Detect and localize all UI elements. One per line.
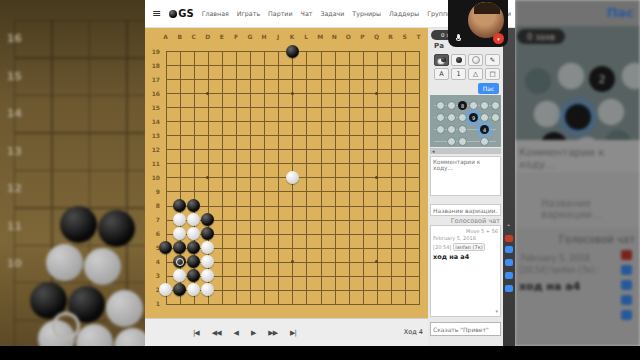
board-row-label: 2 [148,286,160,293]
board-row-label: 8 [148,202,160,209]
video-call-overlay[interactable]: ▾ [448,0,508,47]
alternate-stone-tool[interactable] [434,54,449,66]
board-row-label: 5 [148,244,160,251]
board-column-label: F [229,33,243,40]
tree-node[interactable] [447,101,456,110]
triangle-marker-tool[interactable]: △ [468,68,483,80]
board-column-label: C [187,33,201,40]
blur-row-number: 12 [2,182,22,195]
board-row-label: 12 [148,146,160,153]
tree-node[interactable]: 9 [469,113,478,122]
tree-node[interactable] [436,125,445,134]
blur-stone [106,290,143,327]
tree-node[interactable]: 8 [458,101,467,110]
tree-node[interactable] [447,137,456,146]
chat-message: ход на a4 [433,253,498,261]
tree-node[interactable] [491,101,500,110]
board-column-label: T [412,33,426,40]
move-number-label: Ход 4 [404,328,423,336]
nav-item-puzzles[interactable]: Задачи [320,10,344,17]
nav-item-tournaments[interactable]: Турниры [352,10,381,17]
tree-node[interactable] [447,125,456,134]
collapse-icon[interactable]: ⌃ [506,223,511,230]
board-column-label: N [327,33,341,40]
markup-tools-row: A 1 △ □ [434,68,500,80]
number-marker-tool[interactable]: 1 [451,68,466,80]
microphone-icon[interactable] [456,34,461,43]
blue-move-chip[interactable] [505,272,513,279]
blur-stone [60,206,97,243]
board-column-label: K [285,33,299,40]
blue-move-chip[interactable] [505,259,513,266]
board-column-label: O [341,33,355,40]
left-blur-background: 16151413121110 [0,0,145,346]
tree-node[interactable] [491,113,500,122]
chat-log[interactable]: Move 5 + 56 February 5, 2018 [20:54] lan… [430,225,501,317]
nav-item-home[interactable]: Главная [202,10,229,17]
letter-marker-tool[interactable]: A [434,68,449,80]
move-tree[interactable]: 894 [430,95,501,147]
board-column-label: G [243,33,257,40]
nav-item-chat[interactable]: Чат [301,10,313,17]
board-column-label: P [355,33,369,40]
logo-text: GS [178,8,193,19]
nav-item-games[interactable]: Партии [268,10,292,17]
board-row-label: 4 [148,258,160,265]
tree-node[interactable] [447,113,456,122]
menu-icon[interactable]: ≡ [152,7,161,20]
blur-row-number: 11 [2,220,22,233]
board-row-label: 19 [148,48,160,55]
board-row-label: 9 [148,188,160,195]
side-panel: 0 захв Ра ✎ A 1 △ □ Пас 894 ◂ Голосовой … [428,28,503,346]
chat-move-link[interactable]: Move 5 + 56 [433,228,498,234]
tree-node[interactable] [480,113,489,122]
go-stone-black-K19 [286,45,299,58]
stone-tools-row: ✎ [434,54,500,66]
board-row-label: 11 [148,160,160,167]
board-row-label: 18 [148,62,160,69]
board-column-label: S [398,33,412,40]
board-row-label: 14 [148,118,160,125]
chat-scroll-arrow[interactable]: ▾ [495,308,498,314]
last-move-marker [176,258,184,266]
star-point [375,176,378,179]
blur-row-number: 13 [2,145,22,158]
star-point [291,92,294,95]
go-board[interactable]: ABCDEFGHJKLMNOPQRST191817161514131211109… [145,28,428,318]
tree-node[interactable] [436,101,445,110]
prev-move-button[interactable]: ◀ [234,329,238,337]
chat-username[interactable]: lanfan (7к) [453,243,484,251]
blur-stone [46,244,83,281]
next-move-button[interactable]: ▶ [251,329,255,337]
board-row-label: 16 [148,90,160,97]
chat-message-line: [20:54] lanfan (7к) [433,243,498,251]
board-column-label: Q [369,33,383,40]
edge-strip: ⌃ [503,28,515,346]
board-row-label: 7 [148,216,160,223]
fast-forward-button[interactable]: ▶▶ [268,329,277,337]
blur-last-move-marker [52,312,80,340]
nav-item-ladders[interactable]: Ладдеры [389,10,419,17]
blur-stone [84,248,121,285]
first-move-button[interactable]: |◀ [193,329,199,337]
blur-row-number: 10 [2,257,22,270]
playback-bar: |◀◀◀◀▶▶▶▶|Ход 4 [145,318,428,346]
right-blur-background: Пас 0 захв 2 Комментарии к ходу... Назва… [515,0,640,346]
board-column-label: B [173,33,187,40]
tree-node[interactable] [469,101,478,110]
variation-name-input[interactable] [430,204,501,216]
board-row-label: 1 [148,300,160,307]
square-marker-tool[interactable]: □ [485,68,500,80]
voice-chat-label: Голосовой чат [430,217,500,225]
board-row-label: 3 [148,272,160,279]
tree-node[interactable]: 4 [480,125,489,134]
chat-timestamp: [20:54] [433,244,451,250]
board-column-label: L [299,33,313,40]
move-tree-scrollbar[interactable]: ◂ [430,148,501,154]
blur-stone [98,210,135,247]
chat-date: February 5, 2018 [433,235,498,241]
board-column-label: J [271,33,285,40]
board-row-label: 17 [148,76,160,83]
blur-row-number: 14 [2,107,22,120]
board-row-label: 10 [148,174,160,181]
tree-node[interactable] [458,125,467,134]
tree-node[interactable] [480,101,489,110]
board-column-label: D [201,33,215,40]
fast-back-button[interactable]: ◀◀ [212,329,221,337]
board-column-label: H [257,33,271,40]
go-stone-white-K10 [286,171,299,184]
pass-button[interactable]: Пас [478,83,499,94]
chat-input[interactable] [430,322,501,336]
board-column-label: M [313,33,327,40]
screen: 16151413121110 Пас 0 захв 2 Комментарии … [0,0,640,360]
tree-node[interactable] [458,137,467,146]
star-point [291,260,294,263]
pencil-tool[interactable]: ✎ [485,54,500,66]
board-row-label: 15 [148,104,160,111]
board-column-label: E [215,33,229,40]
end-call-button[interactable]: ▾ [493,33,504,44]
move-comments-input[interactable] [430,156,501,196]
blur-row-number: 16 [2,32,22,45]
black-stone-tool[interactable] [451,54,466,66]
tree-node[interactable] [436,113,445,122]
board-column-label: R [384,33,398,40]
blue-move-chip[interactable] [505,285,513,292]
stone-logo-icon [169,10,177,18]
letterbox-bar [0,346,640,360]
last-move-button[interactable]: ▶| [290,329,296,337]
nav-item-play[interactable]: Играть [237,10,260,17]
red-move-chip[interactable] [505,235,513,242]
board-row-label: 6 [148,230,160,237]
panel-title: Ра [434,42,444,50]
board-column-label: A [159,33,173,40]
board-row-label: 13 [148,132,160,139]
white-stone-tool[interactable] [468,54,483,66]
star-point [375,92,378,95]
tree-node[interactable] [458,113,467,122]
blue-move-chip[interactable] [505,246,513,253]
ogs-logo[interactable]: GS [169,8,193,19]
blur-row-number: 15 [2,70,22,83]
tree-node[interactable] [480,137,489,146]
